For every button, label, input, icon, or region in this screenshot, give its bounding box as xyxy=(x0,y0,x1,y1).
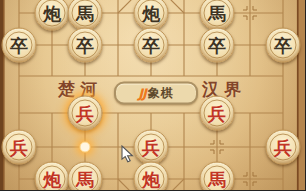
piece-glyph: 兵 xyxy=(208,104,226,122)
piece-red-soldier[interactable]: 兵 xyxy=(200,96,235,131)
xiangqi-board[interactable]: 楚河 汉界 JJ象棋 炮馬炮馬卒卒卒卒卒兵兵兵兵兵炮馬炮馬 xyxy=(0,0,305,190)
piece-red-soldier[interactable]: 兵 xyxy=(266,130,301,165)
piece-red-cannon[interactable]: 炮 xyxy=(35,162,70,191)
piece-glyph: 炮 xyxy=(43,170,61,188)
piece-glyph: 卒 xyxy=(208,36,226,54)
piece-glyph: 卒 xyxy=(76,36,94,54)
piece-glyph: 卒 xyxy=(10,36,28,54)
board-left-edge xyxy=(0,0,3,190)
piece-glyph: 炮 xyxy=(43,4,61,22)
piece-glyph: 兵 xyxy=(76,104,94,122)
piece-glyph: 馬 xyxy=(76,170,94,188)
piece-red-soldier[interactable]: 兵 xyxy=(68,96,103,131)
piece-glyph: 兵 xyxy=(274,138,292,156)
piece-red-horse[interactable]: 馬 xyxy=(68,162,103,191)
piece-glyph: 卒 xyxy=(274,36,292,54)
piece-red-horse[interactable]: 馬 xyxy=(200,162,235,191)
board-right-edge xyxy=(299,0,306,190)
piece-black-soldier[interactable]: 卒 xyxy=(200,28,235,63)
piece-red-soldier[interactable]: 兵 xyxy=(134,130,169,165)
piece-glyph: 馬 xyxy=(208,4,226,22)
piece-glyph: 炮 xyxy=(142,170,160,188)
piece-red-soldier[interactable]: 兵 xyxy=(2,130,37,165)
piece-glyph: 馬 xyxy=(208,170,226,188)
last-move-origin-marker xyxy=(80,142,91,153)
piece-black-soldier[interactable]: 卒 xyxy=(134,28,169,63)
xiangqi-logo-text: 象棋 xyxy=(148,85,174,102)
piece-glyph: 卒 xyxy=(142,36,160,54)
piece-glyph: 炮 xyxy=(142,4,160,22)
jj-xiangqi-logo: JJ象棋 xyxy=(114,82,198,105)
piece-black-soldier[interactable]: 卒 xyxy=(2,28,37,63)
piece-glyph: 兵 xyxy=(10,138,28,156)
jj-logo-text: JJ xyxy=(138,86,146,101)
piece-black-soldier[interactable]: 卒 xyxy=(68,28,103,63)
piece-red-cannon[interactable]: 炮 xyxy=(134,162,169,191)
piece-black-soldier[interactable]: 卒 xyxy=(266,28,301,63)
piece-glyph: 兵 xyxy=(142,138,160,156)
mouse-cursor-icon xyxy=(121,145,135,164)
piece-glyph: 馬 xyxy=(76,4,94,22)
